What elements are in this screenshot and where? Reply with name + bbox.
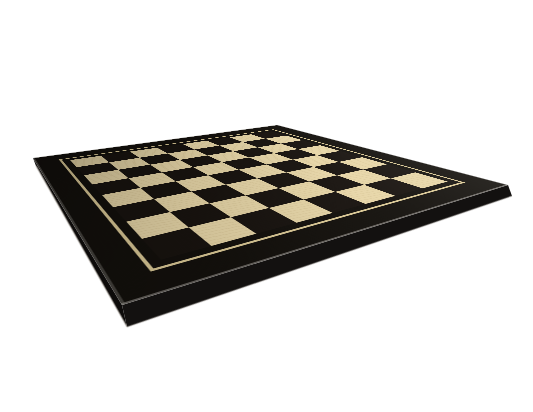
product-photo: [0, 0, 533, 412]
